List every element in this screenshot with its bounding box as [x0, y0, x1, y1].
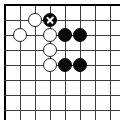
stone-grid — [0, 0, 118, 118]
board-cell — [58, 28, 73, 43]
white-stone — [43, 58, 57, 72]
go-board — [0, 0, 120, 120]
white-stone — [28, 13, 42, 27]
board-cell — [43, 13, 58, 28]
white-stone — [43, 28, 57, 42]
board-cell — [58, 58, 73, 73]
black-stone — [43, 13, 57, 27]
board-cell — [43, 58, 58, 73]
black-stone — [73, 28, 87, 42]
white-stone — [43, 43, 57, 57]
board-cell — [28, 13, 43, 28]
board-cell — [73, 28, 88, 43]
black-stone — [73, 58, 87, 72]
board-cell — [43, 28, 58, 43]
board-cell — [73, 58, 88, 73]
black-stone — [58, 58, 72, 72]
black-stone — [58, 28, 72, 42]
white-stone — [13, 28, 27, 42]
board-cell — [13, 28, 28, 43]
board-cell — [43, 43, 58, 58]
x-mark — [44, 14, 56, 26]
